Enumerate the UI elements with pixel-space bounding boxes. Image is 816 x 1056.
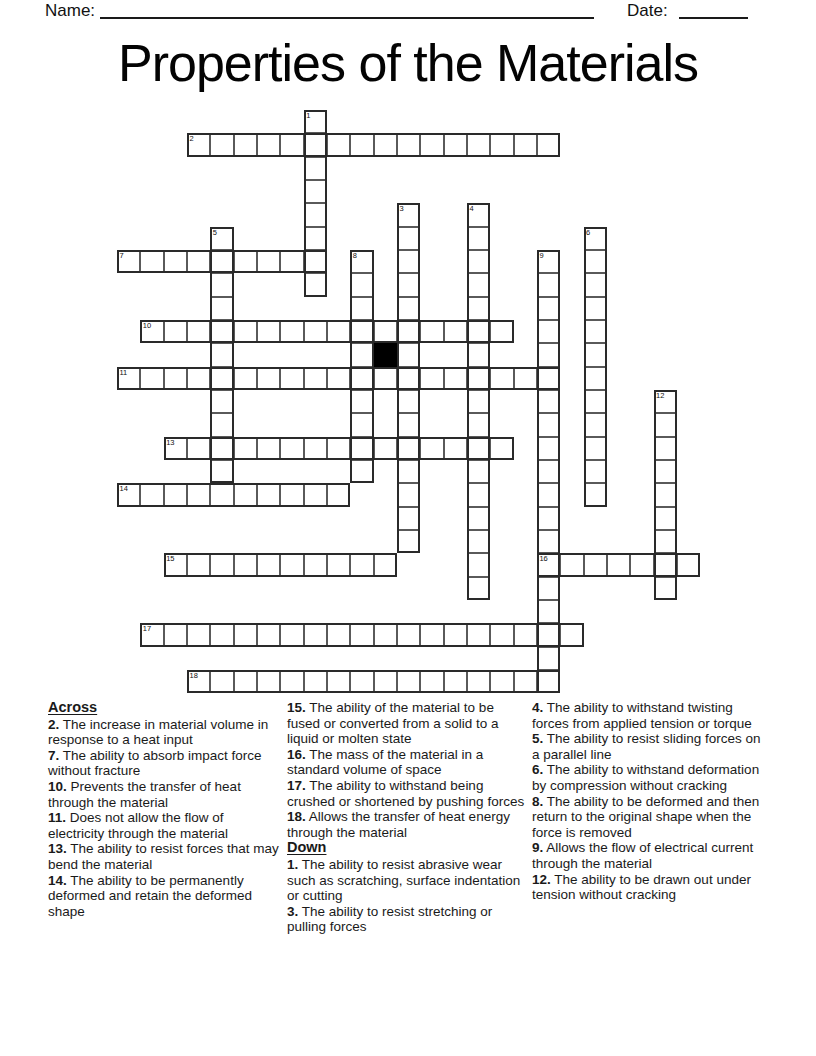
grid-cell[interactable]	[280, 320, 303, 343]
grid-cell[interactable]	[210, 297, 233, 320]
clue-number-5: 5	[213, 229, 217, 237]
grid-cell[interactable]	[654, 553, 677, 576]
grid-cell[interactable]	[654, 483, 677, 506]
grid-cell[interactable]	[514, 670, 537, 693]
grid-cell[interactable]	[397, 227, 420, 250]
grid-cell[interactable]	[537, 390, 560, 413]
grid-cell[interactable]	[537, 670, 560, 693]
grid-cell[interactable]	[467, 577, 490, 600]
grid-cell[interactable]	[210, 623, 233, 646]
grid-cell[interactable]	[234, 133, 257, 156]
grid-cell[interactable]	[304, 367, 327, 390]
grid-cell[interactable]	[397, 507, 420, 530]
grid-cell[interactable]	[560, 553, 583, 576]
grid-cell[interactable]	[584, 483, 607, 506]
grid-cell[interactable]	[374, 367, 397, 390]
grid-cell[interactable]	[304, 437, 327, 460]
grid-cell[interactable]	[467, 227, 490, 250]
clues-column-middle: 15. The ability of the material to be fu…	[287, 700, 530, 935]
grid-cell[interactable]	[257, 670, 280, 693]
grid-cell[interactable]	[420, 623, 443, 646]
grid-cell[interactable]	[467, 297, 490, 320]
grid-cell[interactable]	[537, 343, 560, 366]
clue-4-down: 4. The ability to withstand twisting for…	[532, 700, 761, 731]
grid-cell[interactable]	[537, 297, 560, 320]
grid-cell[interactable]	[234, 367, 257, 390]
grid-cell[interactable]	[234, 670, 257, 693]
grid-cell[interactable]	[164, 623, 187, 646]
grid-cell[interactable]	[210, 250, 233, 273]
clue-number-9: 9	[539, 252, 543, 260]
name-label: Name:	[45, 1, 95, 21]
grid-cell[interactable]	[654, 577, 677, 600]
grid-cell[interactable]	[210, 133, 233, 156]
grid-cell[interactable]	[537, 413, 560, 436]
grid-cell[interactable]	[164, 483, 187, 506]
grid-cell[interactable]	[234, 320, 257, 343]
grid-cell[interactable]	[584, 437, 607, 460]
name-blank-line[interactable]	[100, 17, 594, 19]
grid-cell[interactable]	[327, 623, 350, 646]
grid-cell[interactable]	[537, 647, 560, 670]
clue-1-down-number: 1.	[287, 857, 298, 872]
clue-17-across-number: 17.	[287, 778, 306, 793]
grid-cell[interactable]	[304, 227, 327, 250]
grid-cell[interactable]	[350, 133, 373, 156]
grid-cell[interactable]	[304, 623, 327, 646]
clue-4-down-number: 4.	[532, 700, 543, 715]
grid-cell[interactable]	[420, 670, 443, 693]
clue-5-down: 5. The ability to resist sliding forces …	[532, 731, 761, 762]
grid-cell[interactable]	[490, 133, 513, 156]
grid-cell[interactable]	[164, 320, 187, 343]
grid-cell[interactable]	[584, 250, 607, 273]
grid-cell[interactable]	[327, 483, 350, 506]
grid-cell[interactable]	[257, 133, 280, 156]
grid-cell[interactable]	[654, 530, 677, 553]
grid-cell[interactable]	[350, 390, 373, 413]
grid-cell[interactable]	[257, 320, 280, 343]
grid-cell[interactable]	[234, 483, 257, 506]
clue-number-11: 11	[120, 369, 128, 377]
grid-cell[interactable]	[467, 483, 490, 506]
clue-7-across-number: 7.	[48, 748, 59, 763]
grid-cell[interactable]	[374, 320, 397, 343]
clue-number-7: 7	[120, 252, 124, 260]
clue-14-across: 14. The ability to be permanently deform…	[48, 873, 281, 920]
grid-cell[interactable]	[654, 413, 677, 436]
grid-cell[interactable]	[280, 483, 303, 506]
grid-cell[interactable]	[234, 553, 257, 576]
grid-cell[interactable]	[210, 553, 233, 576]
clue-number-6: 6	[586, 229, 590, 237]
grid-cell[interactable]	[467, 273, 490, 296]
grid-cell[interactable]	[397, 320, 420, 343]
grid-cell[interactable]	[467, 530, 490, 553]
clue-3-down: 3. The ability to resist stretching or p…	[287, 904, 530, 935]
grid-cell[interactable]	[304, 273, 327, 296]
clue-number-12: 12	[656, 392, 664, 400]
clue-12-down: 12. The ability to be drawn out under te…	[532, 872, 761, 903]
grid-cell[interactable]	[187, 320, 210, 343]
clue-18-across-number: 18.	[287, 809, 306, 824]
grid-cell[interactable]	[420, 367, 443, 390]
grid-cell[interactable]	[327, 133, 350, 156]
grid-cell[interactable]	[257, 250, 280, 273]
grid-cell[interactable]	[304, 133, 327, 156]
grid-cell[interactable]	[210, 483, 233, 506]
grid-cell[interactable]	[257, 437, 280, 460]
grid-cell[interactable]	[537, 437, 560, 460]
grid-cell[interactable]	[584, 553, 607, 576]
grid-cell[interactable]	[374, 437, 397, 460]
clue-15-across-number: 15.	[287, 700, 306, 715]
clue-number-2: 2	[189, 135, 193, 143]
grid-cell[interactable]	[397, 530, 420, 553]
grid-cell[interactable]	[327, 553, 350, 576]
grid-cell[interactable]	[397, 367, 420, 390]
clue-12-down-number: 12.	[532, 872, 551, 887]
grid-cell[interactable]	[537, 483, 560, 506]
clue-18-across: 18. Allows the transfer of heat energy t…	[287, 809, 530, 840]
grid-cell[interactable]	[654, 437, 677, 460]
clue-9-down-number: 9.	[532, 840, 543, 855]
clue-2-across: 2. The increase in material volume in re…	[48, 717, 281, 748]
grid-cell[interactable]	[537, 577, 560, 600]
grid-cell[interactable]	[584, 273, 607, 296]
grid-cell[interactable]	[444, 320, 467, 343]
grid-cell[interactable]	[304, 250, 327, 273]
grid-cell[interactable]	[467, 250, 490, 273]
grid-cell[interactable]	[374, 623, 397, 646]
grid-cell[interactable]	[420, 133, 443, 156]
clue-number-15: 15	[166, 555, 174, 563]
grid-cell[interactable]	[630, 553, 653, 576]
grid-cell[interactable]	[210, 273, 233, 296]
grid-cell[interactable]	[210, 437, 233, 460]
grid-cell[interactable]	[654, 460, 677, 483]
grid-cell[interactable]	[304, 670, 327, 693]
grid-cell[interactable]	[584, 320, 607, 343]
grid-cell[interactable]	[304, 203, 327, 226]
grid-cell[interactable]	[374, 553, 397, 576]
clue-16-across: 16. The mass of the material in a standa…	[287, 747, 530, 778]
grid-cell[interactable]	[304, 157, 327, 180]
grid-cell[interactable]	[397, 437, 420, 460]
clue-number-8: 8	[353, 252, 357, 260]
clue-5-down-number: 5.	[532, 731, 543, 746]
grid-cell[interactable]	[280, 250, 303, 273]
grid-cell[interactable]	[304, 553, 327, 576]
grid-cell[interactable]	[327, 367, 350, 390]
grid-cell[interactable]	[467, 133, 490, 156]
grid-cell[interactable]	[397, 250, 420, 273]
grid-cell[interactable]	[654, 507, 677, 530]
grid-cell[interactable]	[280, 623, 303, 646]
clue-13-across: 13. The ability to resist forces that ma…	[48, 841, 281, 872]
clue-number-10: 10	[143, 322, 151, 330]
grid-cell[interactable]	[257, 623, 280, 646]
grid-cell[interactable]	[210, 390, 233, 413]
grid-cell[interactable]	[397, 460, 420, 483]
grid-cell[interactable]	[397, 623, 420, 646]
grid-cell[interactable]	[467, 390, 490, 413]
grid-cell[interactable]	[537, 507, 560, 530]
grid-cell[interactable]	[187, 437, 210, 460]
clue-3-down-number: 3.	[287, 904, 298, 919]
grid-cell[interactable]	[397, 273, 420, 296]
grid-cell[interactable]	[467, 343, 490, 366]
grid-cell[interactable]	[397, 343, 420, 366]
grid-cell[interactable]	[350, 460, 373, 483]
grid-cell[interactable]	[537, 623, 560, 646]
grid-cell[interactable]	[327, 437, 350, 460]
grid-cell[interactable]	[210, 413, 233, 436]
grid-cell[interactable]	[584, 390, 607, 413]
grid-cell[interactable]	[164, 250, 187, 273]
grid-cell[interactable]	[140, 367, 163, 390]
grid-cell[interactable]	[350, 623, 373, 646]
grid-cell[interactable]	[350, 413, 373, 436]
clue-2-across-number: 2.	[48, 717, 59, 732]
grid-cell[interactable]	[420, 320, 443, 343]
grid-cell[interactable]	[350, 320, 373, 343]
crossword-grid[interactable]: 123456789101112131415161718	[117, 110, 701, 694]
grid-cell[interactable]	[280, 437, 303, 460]
grid-cell[interactable]	[257, 367, 280, 390]
clue-number-14: 14	[120, 485, 128, 493]
clue-number-1: 1	[306, 112, 310, 120]
grid-cell[interactable]	[677, 553, 700, 576]
grid-cell[interactable]	[164, 367, 187, 390]
grid-cell[interactable]	[444, 623, 467, 646]
grid-cell[interactable]	[187, 367, 210, 390]
grid-cell[interactable]	[234, 623, 257, 646]
grid-cell[interactable]	[467, 460, 490, 483]
grid-cell[interactable]	[257, 483, 280, 506]
grid-cell[interactable]	[514, 367, 537, 390]
grid-cell[interactable]	[350, 273, 373, 296]
grid-cell[interactable]	[327, 320, 350, 343]
grid-cell[interactable]	[140, 250, 163, 273]
grid-cell[interactable]	[257, 553, 280, 576]
grid-cell[interactable]	[467, 623, 490, 646]
grid-cell[interactable]	[467, 320, 490, 343]
grid-cell[interactable]	[280, 367, 303, 390]
date-label: Date:	[627, 1, 668, 21]
grid-cell[interactable]	[187, 250, 210, 273]
clue-number-16: 16	[539, 555, 547, 563]
grid-cell[interactable]	[397, 670, 420, 693]
grid-cell[interactable]	[560, 623, 583, 646]
grid-cell[interactable]	[537, 530, 560, 553]
grid-cell[interactable]	[374, 670, 397, 693]
grid-cell[interactable]	[490, 670, 513, 693]
grid-cell[interactable]	[350, 437, 373, 460]
grid-cell[interactable]	[444, 670, 467, 693]
clue-1-down: 1. The ability to resist abrasive wear s…	[287, 857, 530, 904]
clue-6-down: 6. The ability to withstand deformation …	[532, 762, 761, 793]
grid-cell[interactable]	[467, 367, 490, 390]
grid-cell[interactable]	[537, 460, 560, 483]
grid-cell[interactable]	[304, 180, 327, 203]
grid-cell[interactable]	[537, 133, 560, 156]
grid-cell[interactable]	[234, 437, 257, 460]
grid-cell[interactable]	[210, 320, 233, 343]
grid-cell[interactable]	[187, 623, 210, 646]
grid-cell[interactable]	[397, 413, 420, 436]
grid-cell[interactable]	[537, 273, 560, 296]
grid-cell[interactable]	[584, 297, 607, 320]
grid-cell[interactable]	[350, 670, 373, 693]
grid-cell[interactable]	[444, 437, 467, 460]
grid-cell[interactable]	[210, 460, 233, 483]
grid-cell[interactable]	[444, 367, 467, 390]
clue-6-down-number: 6.	[532, 762, 543, 777]
grid-cell[interactable]	[584, 413, 607, 436]
clue-17-across: 17. The ability to withstand being crush…	[287, 778, 530, 809]
grid-cell[interactable]	[490, 437, 513, 460]
grid-cell[interactable]	[234, 250, 257, 273]
grid-cell[interactable]	[397, 133, 420, 156]
clue-15-across: 15. The ability of the material to be fu…	[287, 700, 530, 747]
grid-cell[interactable]	[280, 133, 303, 156]
clue-number-17: 17	[143, 625, 151, 633]
grid-cell[interactable]	[420, 437, 443, 460]
grid-cell[interactable]	[537, 320, 560, 343]
clue-7-across: 7. The ability to absorb impact force wi…	[48, 748, 281, 779]
grid-cell[interactable]	[514, 133, 537, 156]
black-cell	[374, 343, 397, 366]
clue-11-across-number: 11.	[48, 810, 66, 825]
clue-10-across: 10. Prevents the transfer of heat throug…	[48, 779, 281, 810]
grid-cell[interactable]	[187, 483, 210, 506]
grid-cell[interactable]	[397, 390, 420, 413]
across-header: Across	[48, 700, 281, 716]
grid-cell[interactable]	[584, 460, 607, 483]
grid-cell[interactable]	[327, 670, 350, 693]
grid-cell[interactable]	[304, 320, 327, 343]
clue-9-down: 9. Allows the flow of electrical current…	[532, 840, 761, 871]
clue-8-down-number: 8.	[532, 794, 543, 809]
grid-cell[interactable]	[490, 623, 513, 646]
grid-cell[interactable]	[350, 367, 373, 390]
grid-cell[interactable]	[537, 600, 560, 623]
clue-14-across-number: 14.	[48, 873, 67, 888]
grid-cell[interactable]	[304, 483, 327, 506]
grid-cell[interactable]	[280, 553, 303, 576]
grid-cell[interactable]	[397, 297, 420, 320]
grid-cell[interactable]	[467, 413, 490, 436]
grid-cell[interactable]	[467, 437, 490, 460]
worksheet-page: { "header": { "name_label": "Name:", "da…	[0, 0, 816, 1056]
grid-cell[interactable]	[584, 367, 607, 390]
down-header: Down	[287, 840, 530, 856]
clue-number-13: 13	[166, 439, 174, 447]
grid-cell[interactable]	[537, 367, 560, 390]
grid-cell[interactable]	[490, 367, 513, 390]
grid-cell[interactable]	[350, 343, 373, 366]
clue-16-across-number: 16.	[287, 747, 306, 762]
grid-cell[interactable]	[514, 623, 537, 646]
clue-11-across: 11. Does not allow the flow of electrici…	[48, 810, 281, 841]
grid-cell[interactable]	[467, 507, 490, 530]
clue-number-3: 3	[399, 205, 403, 213]
clue-10-across-number: 10.	[48, 779, 67, 794]
grid-cell[interactable]	[210, 343, 233, 366]
clues-column-left: Across2. The increase in material volume…	[48, 700, 281, 919]
grid-cell[interactable]	[374, 133, 397, 156]
grid-cell[interactable]	[280, 670, 303, 693]
grid-cell[interactable]	[210, 670, 233, 693]
grid-cell[interactable]	[467, 670, 490, 693]
grid-cell[interactable]	[187, 553, 210, 576]
grid-cell[interactable]	[350, 297, 373, 320]
date-blank-line[interactable]	[679, 17, 748, 19]
page-title: Properties of the Materials	[0, 35, 816, 91]
grid-cell[interactable]	[210, 367, 233, 390]
grid-cell[interactable]	[607, 553, 630, 576]
grid-cell[interactable]	[350, 553, 373, 576]
clue-8-down: 8. The ability to be deformed and then r…	[532, 794, 761, 841]
grid-cell[interactable]	[140, 483, 163, 506]
grid-cell[interactable]	[467, 553, 490, 576]
clue-13-across-number: 13.	[48, 841, 67, 856]
grid-cell[interactable]	[584, 343, 607, 366]
clues-column-right: 4. The ability to withstand twisting for…	[532, 700, 761, 903]
clue-number-18: 18	[189, 672, 197, 680]
clue-number-4: 4	[469, 205, 473, 213]
grid-cell[interactable]	[397, 483, 420, 506]
grid-cell[interactable]	[490, 320, 513, 343]
grid-cell[interactable]	[444, 133, 467, 156]
